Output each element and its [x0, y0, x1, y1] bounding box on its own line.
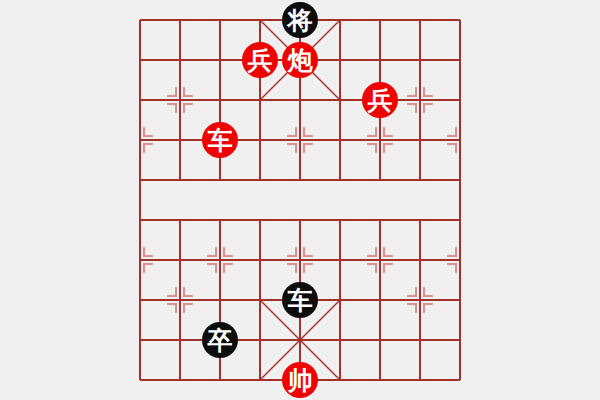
- piece-red-chariot[interactable]: 车: [202, 122, 238, 158]
- piece-black-soldier[interactable]: 卒: [202, 322, 238, 358]
- xiangqi-board[interactable]: 将兵炮兵车车卒帅: [0, 0, 600, 400]
- piece-red-general[interactable]: 帅: [282, 362, 318, 398]
- piece-red-soldier-b[interactable]: 兵: [362, 82, 398, 118]
- piece-black-chariot[interactable]: 车: [282, 282, 318, 318]
- piece-black-general[interactable]: 将: [282, 2, 318, 38]
- pieces-layer: 将兵炮兵车车卒帅: [0, 0, 600, 400]
- piece-red-cannon[interactable]: 炮: [282, 42, 318, 78]
- piece-red-soldier-a[interactable]: 兵: [242, 42, 278, 78]
